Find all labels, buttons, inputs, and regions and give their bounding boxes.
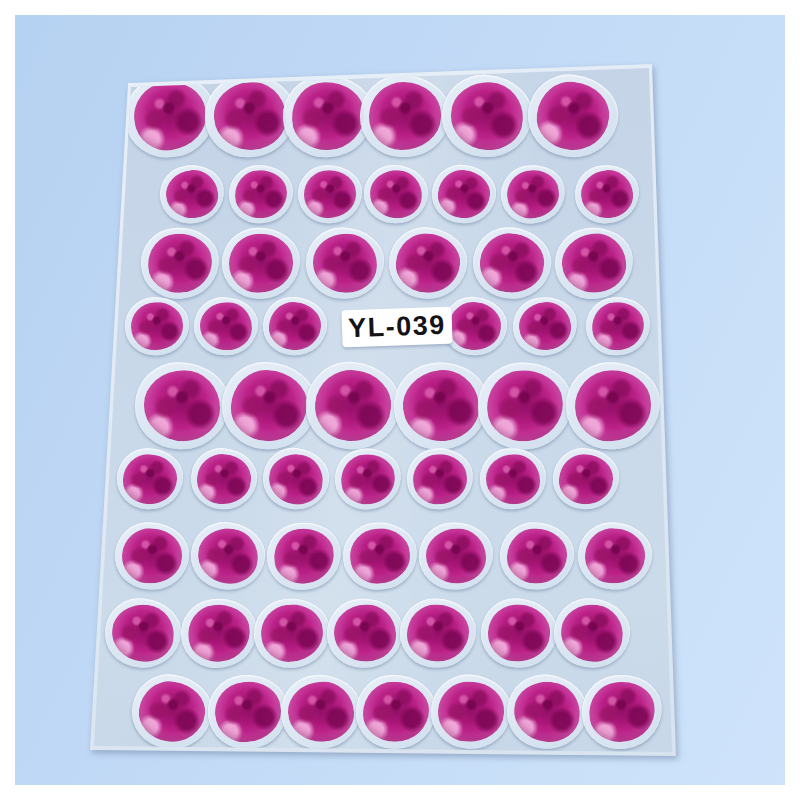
rose-sticker — [405, 603, 470, 663]
rose-sticker — [285, 679, 356, 745]
rose-sticker — [347, 525, 413, 586]
rose-sticker — [129, 300, 185, 352]
rose-sticker — [332, 602, 398, 663]
rose-sticker — [503, 166, 563, 223]
rose-sticker — [194, 524, 262, 588]
rose-flower — [333, 604, 396, 663]
rose-sticker — [362, 681, 430, 744]
rose-sticker — [258, 601, 327, 665]
rose-sticker — [485, 601, 553, 664]
rose-sticker — [199, 301, 254, 352]
rose-sticker — [266, 299, 323, 352]
product-code-text: YL-039 — [348, 310, 447, 344]
rose-sticker — [515, 298, 575, 354]
rose-sticker — [558, 229, 630, 296]
product-code-label: YL-039 — [341, 307, 452, 348]
rose-sticker — [368, 168, 425, 220]
rose-sticker — [311, 232, 379, 295]
rose-sticker — [578, 167, 636, 221]
product-photo: YL-039 — [0, 0, 800, 800]
rose-sticker — [589, 299, 646, 352]
rose-sticker — [227, 232, 294, 294]
rose-sticker — [289, 80, 367, 153]
rose-sticker — [227, 367, 311, 445]
rose-flower — [486, 454, 540, 503]
sticker-sheet-surface — [0, 0, 800, 800]
rose-sticker — [505, 526, 569, 585]
rose-sticker — [145, 230, 215, 295]
rose-sticker — [485, 453, 541, 505]
rose-sticker — [531, 77, 615, 156]
rose-sticker — [475, 228, 549, 297]
rose-sticker — [128, 76, 213, 156]
rose-sticker — [265, 450, 328, 509]
rose-sticker — [309, 365, 396, 447]
rose-sticker — [392, 230, 463, 296]
rose-sticker — [183, 599, 255, 666]
rose-flower — [426, 528, 486, 584]
rose-sticker — [411, 452, 470, 506]
rose-sticker — [584, 676, 660, 747]
rose-sticker — [337, 450, 398, 507]
rose-sticker — [425, 527, 488, 585]
rose-sticker — [194, 451, 254, 507]
rose-sticker — [482, 366, 568, 446]
rose-sticker — [211, 677, 285, 746]
rose-sticker — [445, 298, 505, 354]
rose-sticker — [435, 166, 494, 221]
rose-sticker — [435, 679, 506, 745]
rose-flower — [312, 233, 377, 293]
rose-sticker — [134, 676, 210, 747]
rose-sticker — [121, 452, 179, 505]
rose-sticker — [572, 368, 655, 444]
rose-sticker — [557, 452, 616, 506]
rose-sticker — [510, 677, 584, 746]
rose-sticker — [209, 78, 291, 154]
rose-sticker — [557, 600, 628, 666]
rose-flower — [200, 302, 253, 351]
rose-flower — [304, 170, 356, 218]
rose-sticker — [142, 369, 222, 443]
rose-sticker — [233, 168, 290, 220]
rose-sticker — [366, 80, 443, 151]
rose-sticker — [303, 169, 357, 219]
rose-sticker — [582, 525, 649, 587]
rose-sticker — [396, 364, 485, 448]
rose-flower — [144, 371, 221, 442]
rose-sticker — [270, 524, 338, 588]
rose-sticker — [447, 78, 528, 153]
rose-sticker — [163, 166, 222, 221]
sticker-sheet — [0, 0, 800, 800]
rose-sticker — [108, 600, 178, 665]
rose-sticker — [119, 525, 185, 586]
